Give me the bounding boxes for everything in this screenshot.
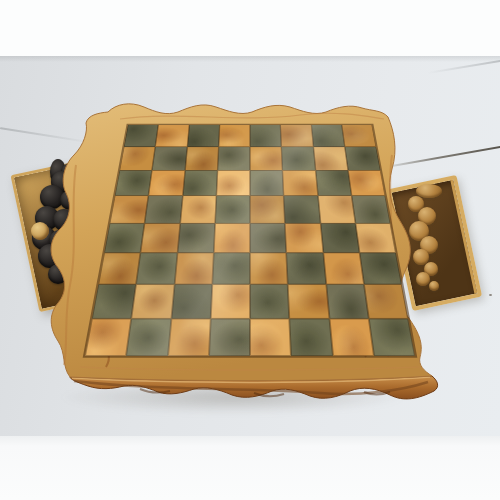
square-a3 bbox=[98, 252, 140, 284]
square-d5 bbox=[215, 196, 250, 223]
square-h8 bbox=[342, 125, 377, 147]
square-a2 bbox=[92, 284, 136, 318]
square-g6 bbox=[315, 170, 351, 195]
square-c3 bbox=[174, 252, 213, 284]
square-a1 bbox=[85, 319, 131, 356]
square-g5 bbox=[318, 196, 356, 223]
square-f6 bbox=[283, 170, 318, 195]
square-d3 bbox=[212, 252, 250, 284]
square-f8 bbox=[281, 125, 314, 147]
square-b8 bbox=[155, 125, 189, 147]
square-g3 bbox=[323, 252, 364, 284]
square-f1 bbox=[290, 319, 333, 356]
table-surface bbox=[0, 436, 500, 500]
square-e5 bbox=[250, 196, 285, 223]
square-b2 bbox=[131, 284, 174, 318]
dust-speck bbox=[489, 294, 492, 296]
square-b3 bbox=[136, 252, 177, 284]
square-e6 bbox=[250, 170, 284, 195]
square-g4 bbox=[320, 223, 359, 252]
square-h2 bbox=[364, 284, 408, 318]
square-b1 bbox=[126, 319, 171, 356]
square-e3 bbox=[250, 252, 288, 284]
square-e1 bbox=[250, 319, 291, 356]
square-e7 bbox=[250, 147, 283, 171]
square-d4 bbox=[214, 223, 250, 252]
square-c2 bbox=[171, 284, 212, 318]
square-d2 bbox=[210, 284, 250, 318]
square-c8 bbox=[187, 125, 220, 147]
square-h3 bbox=[359, 252, 401, 284]
square-f7 bbox=[282, 147, 316, 171]
square-h1 bbox=[369, 319, 415, 356]
square-c4 bbox=[177, 223, 215, 252]
square-g2 bbox=[326, 284, 369, 318]
background-top-strip bbox=[0, 0, 500, 56]
square-a6 bbox=[115, 170, 152, 195]
square-f5 bbox=[284, 196, 320, 223]
square-b6 bbox=[149, 170, 185, 195]
square-c1 bbox=[168, 319, 211, 356]
square-c6 bbox=[182, 170, 217, 195]
square-d6 bbox=[216, 170, 250, 195]
square-b4 bbox=[141, 223, 180, 252]
square-g8 bbox=[311, 125, 345, 147]
square-d8 bbox=[218, 125, 250, 147]
square-d7 bbox=[217, 147, 250, 171]
square-b7 bbox=[152, 147, 187, 171]
square-e2 bbox=[250, 284, 290, 318]
square-f4 bbox=[285, 223, 323, 252]
square-c5 bbox=[180, 196, 216, 223]
square-a8 bbox=[124, 125, 159, 147]
square-c7 bbox=[185, 147, 219, 171]
square-f3 bbox=[286, 252, 325, 284]
checker-grid bbox=[85, 125, 415, 356]
square-h5 bbox=[351, 196, 390, 223]
square-a5 bbox=[110, 196, 149, 223]
photo-scene bbox=[0, 0, 500, 500]
square-h6 bbox=[348, 170, 385, 195]
square-g7 bbox=[313, 147, 348, 171]
square-e8 bbox=[250, 125, 282, 147]
square-b5 bbox=[145, 196, 183, 223]
square-a4 bbox=[104, 223, 145, 252]
square-d1 bbox=[209, 319, 250, 356]
square-h7 bbox=[345, 147, 381, 171]
square-f2 bbox=[288, 284, 329, 318]
square-g1 bbox=[329, 319, 374, 356]
chess-board bbox=[40, 95, 460, 415]
square-e4 bbox=[250, 223, 286, 252]
square-a7 bbox=[119, 147, 155, 171]
square-h4 bbox=[355, 223, 396, 252]
